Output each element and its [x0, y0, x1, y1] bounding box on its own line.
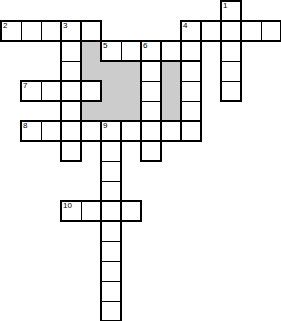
- crossword-page: 12345678910: [0, 0, 281, 321]
- cell-separator: [182, 101, 200, 102]
- cell-separator: [161, 122, 162, 140]
- cell-separator: [81, 202, 82, 220]
- cell-separator: [222, 61, 240, 62]
- cell-separator: [142, 101, 160, 102]
- cell-separator: [41, 82, 42, 100]
- cell-separator: [61, 82, 62, 100]
- blocked-cell: [101, 61, 121, 81]
- blocked-cell: [81, 61, 101, 81]
- blocked-cell: [161, 81, 181, 101]
- blocked-cell: [101, 101, 121, 121]
- cell-separator: [62, 61, 80, 62]
- cell-separator: [102, 261, 120, 262]
- blocked-cell: [81, 41, 101, 61]
- cell-separator: [101, 202, 102, 220]
- crossword-board: 12345678910: [0, 0, 281, 321]
- cell-separator: [121, 42, 122, 60]
- blocked-cell: [81, 101, 101, 121]
- cell-separator: [142, 81, 160, 82]
- cell-separator: [102, 161, 120, 162]
- cell-separator: [261, 22, 262, 40]
- cell-separator: [182, 81, 200, 82]
- blocked-cell: [121, 81, 141, 101]
- cell-separator: [102, 281, 120, 282]
- cell-separator: [21, 22, 22, 40]
- blocked-cell: [161, 61, 181, 81]
- word-7-across[interactable]: [20, 80, 102, 102]
- cell-separator: [81, 82, 82, 100]
- cell-separator: [102, 181, 120, 182]
- cell-separator: [102, 141, 120, 142]
- cell-separator: [141, 122, 142, 140]
- blocked-cell: [121, 101, 141, 121]
- cell-separator: [221, 22, 222, 40]
- cell-separator: [41, 22, 42, 40]
- cell-separator: [222, 81, 240, 82]
- blocked-cell: [101, 81, 121, 101]
- word-10-across[interactable]: [60, 200, 142, 222]
- cell-separator: [81, 122, 82, 140]
- cell-separator: [102, 301, 120, 302]
- cell-separator: [142, 61, 160, 62]
- cell-separator: [61, 122, 62, 140]
- cell-separator: [181, 42, 182, 60]
- blocked-cell: [161, 101, 181, 121]
- cell-separator: [121, 202, 122, 220]
- cell-separator: [181, 122, 182, 140]
- cell-separator: [241, 22, 242, 40]
- cell-separator: [62, 41, 80, 42]
- cell-separator: [41, 122, 42, 140]
- cell-separator: [102, 241, 120, 242]
- word-2-across[interactable]: [0, 20, 102, 42]
- word-6-down[interactable]: [140, 40, 162, 162]
- blocked-cell: [121, 61, 141, 81]
- word-1-down[interactable]: [220, 0, 242, 102]
